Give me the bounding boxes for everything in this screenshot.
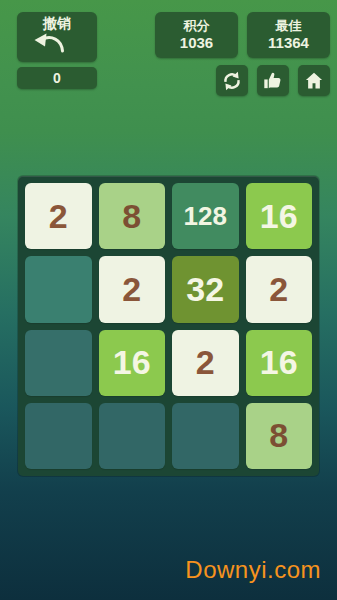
empty-cell-r4c3 [172, 403, 239, 469]
tile-16-r1c4: 16 [246, 183, 313, 249]
undo-count-badge: 0 [17, 67, 97, 89]
home-icon [303, 70, 325, 92]
tile-2-r2c4: 2 [246, 256, 313, 322]
empty-cell-r3c1 [25, 330, 92, 396]
best-label: 最佳 [276, 18, 302, 34]
tile-128-r1c3: 128 [172, 183, 239, 249]
action-buttons [216, 65, 330, 96]
undo-section: 撤销 0 [17, 12, 97, 89]
score-panels: 积分 1036 最佳 11364 [155, 12, 330, 58]
home-button[interactable] [298, 65, 330, 96]
tile-16-r3c2: 16 [99, 330, 166, 396]
tile-2-r2c2: 2 [99, 256, 166, 322]
undo-label: 撤销 [43, 15, 71, 31]
tile-32-r2c3: 32 [172, 256, 239, 322]
best-value: 11364 [268, 34, 309, 52]
score-value: 1036 [180, 34, 213, 52]
tile-2-r3c3: 2 [172, 330, 239, 396]
score-panel: 积分 1036 [155, 12, 238, 58]
best-panel: 最佳 11364 [247, 12, 330, 58]
restart-button[interactable] [216, 65, 248, 96]
thumbs-up-icon [262, 70, 284, 92]
refresh-icon [221, 70, 243, 92]
tile-2-r1c1: 2 [25, 183, 92, 249]
watermark: Downyi.com [185, 556, 321, 584]
empty-cell-r2c1 [25, 256, 92, 322]
empty-cell-r4c2 [99, 403, 166, 469]
empty-cell-r4c1 [25, 403, 92, 469]
tile-8-r1c2: 8 [99, 183, 166, 249]
like-button[interactable] [257, 65, 289, 96]
undo-arrow-icon [32, 31, 72, 57]
undo-button[interactable]: 撤销 [17, 12, 97, 62]
score-label: 积分 [184, 18, 210, 34]
tile-16-r3c4: 16 [246, 330, 313, 396]
board[interactable]: 28128162322162168 [18, 176, 319, 476]
tile-8-r4c4: 8 [246, 403, 313, 469]
app-screen: 撤销 0 积分 1036 最佳 11364 [0, 0, 337, 600]
